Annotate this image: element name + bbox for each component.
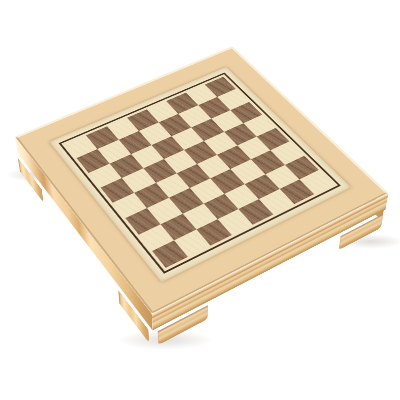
square-g1 (279, 179, 314, 204)
square-a5 (100, 178, 134, 203)
square-b1 (174, 230, 210, 257)
square-d1 (217, 209, 252, 235)
square-c1 (196, 219, 232, 246)
chess-board (15, 46, 389, 314)
square-a4 (113, 193, 147, 219)
square-e2 (224, 184, 259, 209)
square-h1 (299, 170, 334, 195)
square-f1 (259, 189, 294, 214)
square-a1 (152, 240, 188, 268)
square-d3 (190, 179, 224, 204)
board-frame (15, 46, 389, 314)
square-a6 (88, 163, 121, 187)
square-g2 (265, 165, 299, 189)
square-c3 (169, 188, 204, 213)
square-b4 (134, 183, 168, 208)
square-b5 (122, 168, 156, 192)
square-c2 (182, 203, 217, 229)
square-a3 (125, 208, 160, 234)
product-photo-scene (0, 0, 400, 400)
square-b2 (161, 214, 196, 241)
square-d4 (176, 164, 210, 188)
square-e3 (210, 169, 244, 193)
square-d2 (203, 194, 238, 220)
square-c4 (156, 173, 190, 198)
board-grid (65, 77, 333, 268)
square-e1 (238, 199, 273, 225)
square-f2 (245, 174, 280, 199)
square-a2 (139, 224, 175, 251)
square-b3 (147, 198, 182, 224)
